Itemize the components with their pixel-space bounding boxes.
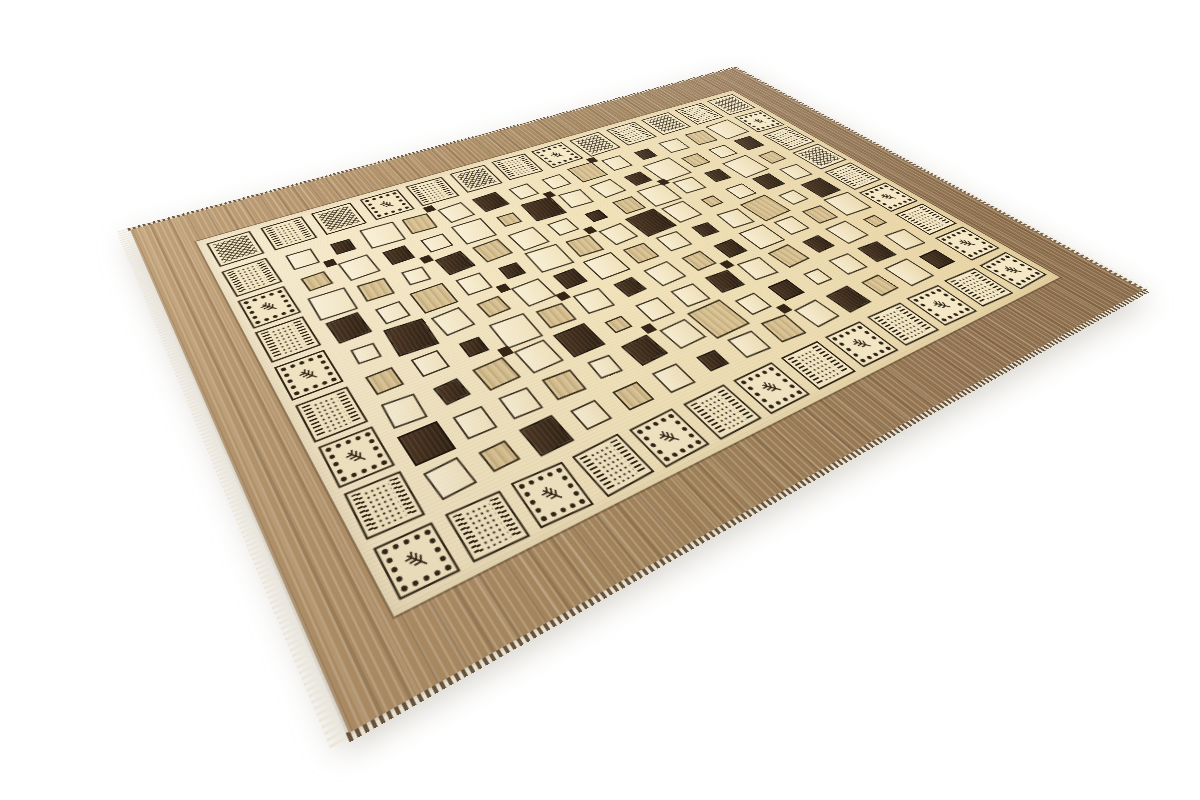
- cream-outline-square: [570, 400, 612, 431]
- dark-square: [382, 245, 415, 265]
- cream-outline-square: [652, 363, 696, 393]
- cream-outline-square: [541, 174, 571, 189]
- cream-outline-square: [725, 183, 757, 199]
- photo-background: [0, 0, 1200, 800]
- beige-square: [701, 195, 724, 207]
- beige-square: [477, 296, 512, 318]
- cream-outline-square: [498, 387, 543, 419]
- cream-outline-square: [671, 283, 711, 307]
- cream-outline-square: [708, 145, 738, 159]
- cream-outline-square: [452, 406, 497, 440]
- beige-square: [863, 215, 887, 228]
- rug-shadow-wrap: [0, 0, 1200, 800]
- cream-outline-square: [658, 138, 690, 153]
- beige-square: [612, 196, 646, 214]
- cream-outline-square: [547, 218, 579, 236]
- beige-square: [681, 153, 710, 167]
- dark-square: [692, 222, 720, 237]
- dark-square: [553, 268, 588, 289]
- beige-square: [365, 367, 404, 395]
- dark-square: [585, 209, 609, 222]
- beige-square: [301, 271, 334, 291]
- cream-outline-square: [411, 350, 450, 377]
- dark-square: [802, 235, 835, 253]
- beige-square: [542, 369, 587, 400]
- dark-square: [704, 169, 732, 183]
- cream-outline-square: [456, 273, 493, 296]
- dark-square: [734, 136, 765, 150]
- ornament-square-dots: [444, 491, 529, 563]
- dark-square: [919, 250, 955, 270]
- lattice-hatch: [575, 134, 615, 153]
- beige-square: [479, 440, 521, 472]
- lattice-hatch: [712, 96, 750, 112]
- beige-square: [758, 151, 786, 164]
- cream-outline-square: [779, 164, 813, 180]
- cream-outline-square: [656, 231, 693, 251]
- dark-square: [330, 239, 357, 255]
- dark-square: [432, 378, 470, 405]
- cream-outline-square: [401, 267, 431, 286]
- dark-square: [696, 350, 729, 372]
- lattice-hatch: [213, 235, 258, 263]
- beige-square: [623, 243, 660, 264]
- dark-square: [498, 262, 526, 279]
- cream-outline-square: [635, 297, 675, 322]
- cream-outline-square: [803, 268, 833, 285]
- lattice-hatch: [798, 147, 840, 167]
- dark-square: [459, 336, 490, 357]
- cream-outline-square: [350, 343, 382, 365]
- lattice-hatch: [317, 206, 361, 231]
- cream-outline-square: [509, 183, 540, 199]
- beige-square: [612, 381, 654, 410]
- ornament-square-plant: [373, 522, 461, 600]
- beige-square: [681, 251, 716, 271]
- lattice-hatch: [646, 115, 685, 133]
- dark-square: [768, 279, 805, 301]
- dark-square: [623, 171, 652, 186]
- cream-outline-square: [735, 293, 772, 316]
- lattice-hatch: [455, 168, 496, 190]
- cream-outline-square: [374, 301, 410, 325]
- cream-outline-square: [588, 355, 624, 379]
- cream-outline-square: [423, 457, 477, 501]
- cream-outline-square: [601, 155, 633, 171]
- dark-square: [613, 277, 647, 297]
- beige-square: [496, 212, 522, 226]
- dark-square: [634, 149, 658, 160]
- cream-outline-square: [420, 233, 453, 252]
- dark-square: [714, 239, 748, 258]
- cream-outline-square: [779, 190, 809, 205]
- rug: [130, 68, 1143, 733]
- beige-square: [535, 303, 576, 329]
- ornament-square-plant: [511, 462, 594, 529]
- beige-square: [604, 315, 632, 333]
